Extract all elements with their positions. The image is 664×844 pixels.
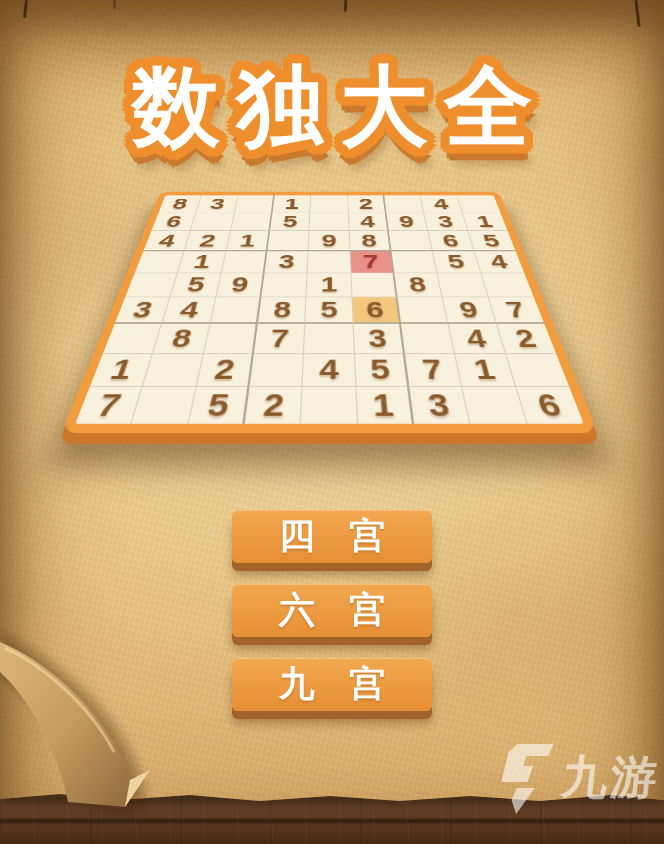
digit: 7: [503, 298, 529, 321]
cell-r6c2: 4: [162, 297, 216, 324]
digit: 4: [157, 232, 178, 250]
digit: 9: [398, 213, 415, 229]
digit: 8: [361, 232, 378, 250]
cell-r1c8: 4: [421, 195, 463, 212]
digit: 2: [262, 389, 286, 421]
page-curl: [0, 612, 210, 822]
cell-r3c5: 9: [309, 231, 350, 251]
cell-r7c9: 2: [497, 324, 556, 354]
digit: 5: [446, 252, 467, 271]
digit: 2: [358, 196, 373, 211]
cell-r7c2: 8: [153, 324, 210, 354]
digit: 3: [130, 298, 156, 321]
cell-r3c7: [389, 231, 433, 251]
cell-r3c2: 2: [185, 231, 231, 251]
digit: 4: [464, 325, 489, 351]
cell-r9c9: 6: [516, 387, 584, 424]
cell-r5c9: [481, 273, 534, 297]
cell-r4c9: 4: [474, 251, 524, 273]
mode-button-six-grid[interactable]: 六宫: [232, 584, 432, 637]
cell-r6c5: 5: [306, 297, 354, 324]
digit: 5: [320, 298, 338, 321]
jiuyou-logo-text: 九游: [560, 754, 663, 800]
cell-r1c7: [384, 195, 424, 212]
cell-r3c8: 6: [428, 231, 474, 251]
digit: 8: [169, 325, 194, 351]
cell-r1c9: [457, 195, 500, 212]
cell-r8c2: [143, 354, 204, 387]
app-title: 数独大全: [0, 48, 664, 167]
cell-r1c2: 3: [197, 195, 239, 212]
cell-r2c8: 3: [424, 212, 468, 231]
cell-r6c6: 6: [352, 297, 401, 324]
digit: 4: [487, 252, 510, 271]
digit: 1: [284, 196, 299, 211]
digit: 4: [432, 196, 450, 211]
cell-r5c1: [125, 273, 178, 297]
digit: 4: [360, 213, 376, 229]
digit: 1: [107, 355, 137, 384]
cell-r1c4: 1: [273, 195, 312, 212]
cell-r6c9: 7: [488, 297, 544, 324]
digit: 7: [93, 389, 125, 421]
digit: 4: [319, 355, 339, 384]
digit: 5: [205, 389, 231, 421]
digit: 9: [321, 232, 337, 250]
digit: 5: [369, 355, 391, 384]
cell-r3c6: 8: [349, 231, 391, 251]
cell-r6c8: 9: [443, 297, 497, 324]
digit: 6: [365, 298, 385, 321]
cell-r2c3: [231, 212, 273, 231]
digit: 8: [408, 274, 428, 295]
digit: 5: [282, 213, 298, 229]
cell-r9c7: 3: [409, 387, 470, 424]
jiuyou-logo: 九游: [490, 740, 664, 814]
digit: 3: [367, 325, 388, 351]
cell-r1c3: [235, 195, 275, 212]
cell-r2c9: 1: [462, 212, 507, 231]
cell-r2c4: 5: [270, 212, 310, 231]
cell-r5c3: 9: [216, 273, 265, 297]
jiuyou-logo-icon: [490, 740, 560, 814]
cell-r2c2: [191, 212, 235, 231]
cell-r9c2: [132, 387, 197, 424]
digit: 1: [372, 389, 395, 421]
cell-r2c6: 4: [348, 212, 388, 231]
cell-r9c4: 2: [245, 387, 303, 424]
cell-r7c3: [204, 324, 258, 354]
paper-tear-mark: [344, 0, 348, 12]
cell-r9c5: [301, 387, 358, 424]
cell-r3c9: 5: [468, 231, 516, 251]
cell-r1c5: [311, 195, 349, 212]
digit: 3: [426, 389, 452, 421]
digit: 6: [533, 389, 565, 421]
cell-r5c7: 8: [394, 273, 443, 297]
cell-r8c7: 7: [405, 354, 463, 387]
digit: 1: [474, 213, 494, 229]
cell-r9c3: 5: [188, 387, 249, 424]
cell-r7c6: 3: [353, 324, 405, 354]
cell-r1c1: 8: [159, 195, 202, 212]
cell-r4c6: 7: [350, 251, 394, 273]
digit: 2: [512, 325, 540, 351]
cell-r8c5: 4: [303, 354, 356, 387]
cell-r4c8: 5: [433, 251, 481, 273]
digit: 7: [362, 252, 380, 271]
cell-r4c1: [135, 251, 185, 273]
cell-r4c3: [221, 251, 267, 273]
cell-r7c5: [304, 324, 354, 354]
digit: 2: [212, 355, 237, 384]
cell-r3c1: 4: [143, 231, 191, 251]
digit: 5: [481, 232, 502, 250]
cell-r5c5: 1: [307, 273, 352, 297]
digit: 1: [191, 252, 212, 271]
digit: 8: [272, 298, 292, 321]
mode-menu: 四宫 六宫 九宫: [232, 510, 432, 732]
digit: 4: [177, 298, 201, 321]
digit: 5: [185, 274, 207, 295]
cell-r4c4: 3: [265, 251, 309, 273]
paper-tear-mark: [113, 0, 117, 9]
cell-r7c7: [401, 324, 455, 354]
cell-r8c9: [506, 354, 569, 387]
digit: 3: [278, 252, 296, 271]
digit: 6: [441, 232, 461, 250]
digit: 9: [457, 298, 481, 321]
cell-r5c2: 5: [171, 273, 222, 297]
cell-r3c3: 1: [226, 231, 270, 251]
cell-r3c4: [267, 231, 309, 251]
mode-button-four-grid[interactable]: 四宫: [232, 510, 432, 563]
cell-r6c7: [398, 297, 449, 324]
cell-r5c6: [351, 273, 397, 297]
cell-r5c4: [261, 273, 307, 297]
cell-r2c1: 6: [151, 212, 196, 231]
cell-r8c6: 5: [355, 354, 410, 387]
digit: 7: [420, 355, 445, 384]
digit: 6: [164, 213, 184, 229]
digit: 1: [471, 355, 498, 384]
cell-r8c4: [250, 354, 305, 387]
digit: 3: [436, 213, 455, 229]
cell-r9c6: 1: [356, 387, 414, 424]
cell-r8c3: 2: [196, 354, 254, 387]
digit: 7: [269, 325, 290, 351]
digit: 3: [208, 196, 226, 211]
cell-r4c7: [392, 251, 438, 273]
cell-r6c4: 8: [258, 297, 307, 324]
digit: 2: [198, 232, 218, 250]
cell-r1c6: 2: [348, 195, 387, 212]
sudoku-board-grid: 8312465493142198651375459183485697873421…: [75, 195, 584, 423]
digit: 1: [320, 274, 337, 295]
digit: 8: [171, 196, 190, 211]
cell-r2c5: [310, 212, 350, 231]
mode-button-nine-grid[interactable]: 九宫: [232, 658, 432, 711]
cell-r6c1: 3: [115, 297, 171, 324]
cell-r6c3: [210, 297, 261, 324]
digit: 9: [229, 274, 249, 295]
cell-r4c5: [308, 251, 351, 273]
cell-r4c2: 1: [178, 251, 226, 273]
cell-r5c8: [438, 273, 489, 297]
cell-r7c4: 7: [254, 324, 306, 354]
digit: 1: [238, 232, 256, 250]
cell-r2c7: 9: [386, 212, 428, 231]
